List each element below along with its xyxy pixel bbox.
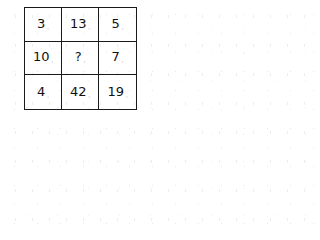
puzzle-screenshot: { "game": "missing-number-grid-puzzle", …	[0, 0, 173, 115]
cell-r3c2: 42	[62, 75, 99, 109]
cell-r2c1: 10	[25, 42, 62, 76]
cell-value: 10	[33, 50, 53, 63]
cell-r3c1: 4	[25, 75, 62, 109]
cell-r1c1: 3	[25, 8, 62, 42]
puzzle-board: 3 13 5 10 ? 7 4 42 19	[24, 7, 137, 110]
cell-r1c3: 5	[99, 8, 136, 42]
cell-value: 7	[112, 50, 124, 63]
cell-value-unknown: ?	[75, 50, 86, 63]
cell-value: 13	[70, 17, 90, 30]
cell-r2c3: 7	[99, 42, 136, 76]
cell-r1c2: 13	[62, 8, 99, 42]
cell-r3c3: 19	[99, 75, 136, 109]
cell-value: 42	[70, 85, 90, 98]
cell-value: 4	[37, 85, 49, 98]
cell-value: 3	[37, 17, 49, 30]
cell-value: 5	[112, 17, 124, 30]
cell-r2c2: ?	[62, 42, 99, 76]
cell-value: 19	[107, 85, 127, 98]
